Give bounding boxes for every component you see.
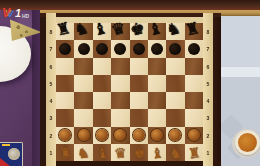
white-knight: ♞ (74, 144, 94, 162)
square-f4 (148, 92, 166, 109)
channel-logo: V V V 1 HD (2, 6, 42, 21)
square-h7 (185, 40, 203, 57)
square-d6 (111, 58, 129, 75)
square-f2 (148, 127, 166, 144)
rank-labels-left: 87654321 (46, 23, 56, 161)
white-pawn (78, 129, 90, 141)
square-g5 (166, 75, 184, 92)
square-g2 (166, 127, 184, 144)
ad-text-bar (2, 144, 10, 146)
square-c6 (93, 58, 111, 75)
white-pawn (188, 129, 200, 141)
square-h4 (185, 92, 203, 109)
rank-label-2: 2 (204, 128, 213, 143)
rank-label-5: 5 (47, 76, 56, 91)
square-c3 (93, 109, 111, 126)
square-b2 (74, 127, 92, 144)
square-f5 (148, 75, 166, 92)
black-pawn (188, 43, 200, 55)
square-e6 (130, 58, 148, 75)
square-a1: ♜ (56, 144, 74, 161)
square-b1: ♞ (74, 144, 92, 161)
grey-wall-upper (221, 16, 260, 67)
square-g7 (166, 40, 184, 57)
black-queen: ♛ (108, 18, 130, 39)
black-king: ♚ (126, 18, 148, 39)
white-pawn (96, 129, 108, 141)
square-c7 (93, 40, 111, 57)
white-rook: ♜ (184, 144, 204, 162)
square-b6 (74, 58, 92, 75)
rank-label-5: 5 (204, 76, 213, 91)
square-g6 (166, 58, 184, 75)
square-b5 (74, 75, 92, 92)
square-d7 (111, 40, 129, 57)
square-g1: ♞ (166, 144, 184, 161)
square-h6 (185, 58, 203, 75)
rank-label-3: 3 (204, 111, 213, 126)
rank-label-4: 4 (47, 93, 56, 108)
rank-label-4: 4 (204, 93, 213, 108)
white-pawn (133, 129, 145, 141)
square-h2 (185, 127, 203, 144)
square-c1: ♝ (93, 144, 111, 161)
square-g3 (166, 109, 184, 126)
square-c4 (93, 92, 111, 109)
white-knight: ♞ (165, 144, 185, 162)
black-pawn (169, 43, 181, 55)
black-pawn (114, 43, 126, 55)
white-queen: ♛ (110, 144, 130, 162)
coffee-liquid (238, 133, 257, 152)
square-f3 (148, 109, 166, 126)
square-c5 (93, 75, 111, 92)
square-e5 (130, 75, 148, 92)
square-e1: ♚ (130, 144, 148, 161)
square-a6 (56, 58, 74, 75)
square-h8: ♜ (185, 23, 203, 40)
rank-label-1: 1 (47, 145, 56, 160)
square-b4 (74, 92, 92, 109)
board-frame-right (213, 16, 221, 166)
black-pawn (151, 43, 163, 55)
square-e2 (130, 127, 148, 144)
square-h5 (185, 75, 203, 92)
white-pawn (59, 129, 71, 141)
square-f7 (148, 40, 166, 57)
square-a5 (56, 75, 74, 92)
black-pawn (96, 43, 108, 55)
square-h3 (185, 109, 203, 126)
square-f6 (148, 58, 166, 75)
white-pawn (114, 129, 126, 141)
rank-labels-right: 87654321 (203, 23, 213, 161)
rank-label-3: 3 (47, 111, 56, 126)
tv-screenshot: 87654321 87654321 ♜♞♝♛♚♝♞♜♜♞♝♛♚♝♞♜ V V V… (0, 0, 260, 166)
square-d3 (111, 109, 129, 126)
square-c2 (93, 127, 111, 144)
logo-v-red: V (2, 6, 10, 20)
square-a7 (56, 40, 74, 57)
white-king: ♚ (129, 144, 149, 162)
white-bishop: ♝ (92, 144, 112, 162)
rank-label-6: 6 (204, 59, 213, 74)
square-e3 (130, 109, 148, 126)
square-f1: ♝ (148, 144, 166, 161)
square-b7 (74, 40, 92, 57)
square-g4 (166, 92, 184, 109)
square-d2 (111, 127, 129, 144)
square-a4 (56, 92, 74, 109)
grey-wall-band (221, 67, 260, 77)
square-a2 (56, 127, 74, 144)
rank-label-7: 7 (47, 42, 56, 57)
cookie-icon (8, 148, 20, 160)
white-pawn (169, 129, 181, 141)
logo-channel-number: 1 (15, 7, 21, 19)
black-rook: ♜ (181, 18, 203, 39)
black-pawn (59, 43, 71, 55)
square-d1: ♛ (111, 144, 129, 161)
square-a3 (56, 109, 74, 126)
board-squares: ♜♞♝♛♚♝♞♜♜♞♝♛♚♝♞♜ (56, 23, 203, 161)
white-pawn (151, 129, 163, 141)
hd-badge: HD (22, 13, 29, 19)
rank-label-8: 8 (204, 24, 213, 39)
black-pawn (133, 43, 145, 55)
black-pawn (78, 43, 90, 55)
rank-label-6: 6 (47, 59, 56, 74)
square-e4 (130, 92, 148, 109)
square-d4 (111, 92, 129, 109)
square-d5 (111, 75, 129, 92)
rank-label-7: 7 (204, 42, 213, 57)
square-e7 (130, 40, 148, 57)
rank-label-1: 1 (204, 145, 213, 160)
rank-label-2: 2 (47, 128, 56, 143)
square-h1: ♜ (185, 144, 203, 161)
square-b3 (74, 109, 92, 126)
